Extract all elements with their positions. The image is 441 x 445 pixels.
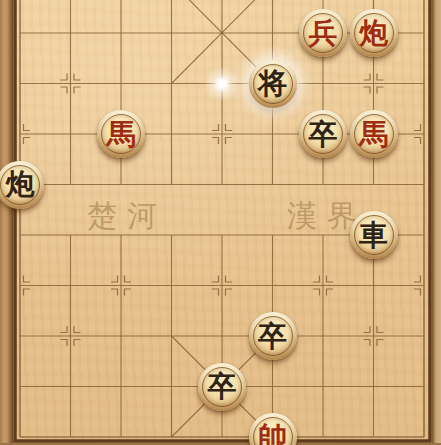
piece-black-卒[interactable]: 卒 bbox=[299, 110, 347, 158]
piece-black-炮[interactable]: 炮 bbox=[0, 161, 44, 209]
piece-glyph: 兵 bbox=[309, 19, 338, 48]
piece-glyph: 卒 bbox=[309, 120, 338, 149]
move-hint-sparkle-icon bbox=[203, 65, 241, 103]
piece-black-卒[interactable]: 卒 bbox=[198, 363, 246, 411]
piece-glyph: 車 bbox=[359, 221, 388, 250]
piece-glyph: 炮 bbox=[6, 170, 35, 199]
piece-red-馬[interactable]: 馬 bbox=[350, 110, 398, 158]
piece-red-馬[interactable]: 馬 bbox=[97, 110, 145, 158]
piece-red-兵[interactable]: 兵 bbox=[299, 9, 347, 57]
piece-glyph: 馬 bbox=[107, 120, 136, 149]
piece-red-炮[interactable]: 炮 bbox=[350, 9, 398, 57]
piece-black-将[interactable]: 将 bbox=[249, 60, 297, 108]
piece-glyph: 将 bbox=[258, 69, 287, 98]
piece-glyph: 卒 bbox=[208, 372, 237, 401]
xiangqi-board[interactable]: 楚河 漢界 兵炮将馬卒馬炮車卒卒帥 bbox=[0, 0, 441, 445]
piece-glyph: 卒 bbox=[258, 322, 287, 351]
river-label-chu-he: 楚河 bbox=[87, 198, 167, 233]
piece-black-卒[interactable]: 卒 bbox=[249, 312, 297, 360]
piece-glyph: 炮 bbox=[359, 19, 388, 48]
piece-black-車[interactable]: 車 bbox=[350, 211, 398, 259]
piece-glyph: 馬 bbox=[359, 120, 388, 149]
piece-glyph: 帥 bbox=[258, 423, 287, 445]
